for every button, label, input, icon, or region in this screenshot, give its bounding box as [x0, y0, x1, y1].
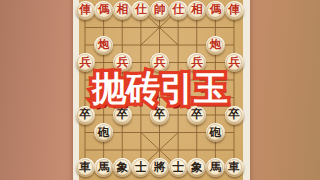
piece-glyph: 兵 [191, 57, 203, 69]
piece-red-chariot[interactable]: 俥 [225, 1, 244, 20]
piece-black-soldier[interactable]: 卒 [150, 106, 169, 125]
piece-glyph: 將 [154, 162, 166, 174]
piece-glyph: 兵 [154, 57, 166, 69]
piece-glyph: 卒 [117, 109, 129, 121]
piece-red-general[interactable]: 帥 [150, 1, 169, 20]
piece-glyph: 卒 [79, 109, 91, 121]
piece-red-elephant[interactable]: 相 [187, 1, 206, 20]
piece-red-soldier[interactable]: 兵 [225, 53, 244, 72]
piece-black-chariot[interactable]: 車 [76, 158, 95, 177]
piece-glyph: 卒 [154, 109, 166, 121]
piece-glyph: 仕 [172, 4, 184, 16]
piece-black-advisor[interactable]: 士 [131, 158, 150, 177]
piece-glyph: 車 [228, 162, 240, 174]
piece-glyph: 傌 [98, 4, 110, 16]
video-thumbnail-stage: 俥傌相仕帥仕相傌俥炮炮兵兵兵兵兵卒卒卒卒卒砲砲車馬象士將士象馬車 抛砖引玉 抛砖… [0, 0, 320, 180]
piece-black-general[interactable]: 將 [150, 158, 169, 177]
piece-red-advisor[interactable]: 仕 [131, 1, 150, 20]
piece-glyph: 兵 [79, 57, 91, 69]
piece-glyph: 俥 [228, 4, 240, 16]
piece-glyph: 卒 [191, 109, 203, 121]
piece-black-advisor[interactable]: 士 [169, 158, 188, 177]
piece-red-soldier[interactable]: 兵 [150, 53, 169, 72]
piece-black-cannon[interactable]: 砲 [94, 123, 113, 142]
piece-glyph: 炮 [98, 39, 110, 51]
piece-glyph: 相 [191, 4, 203, 16]
pieces-layer: 俥傌相仕帥仕相傌俥炮炮兵兵兵兵兵卒卒卒卒卒砲砲車馬象士將士象馬車 [0, 0, 320, 180]
piece-glyph: 卒 [228, 109, 240, 121]
piece-glyph: 馬 [98, 162, 110, 174]
piece-black-soldier[interactable]: 卒 [113, 106, 132, 125]
piece-glyph: 車 [79, 162, 91, 174]
piece-black-chariot[interactable]: 車 [225, 158, 244, 177]
piece-glyph: 馬 [210, 162, 222, 174]
piece-red-horse[interactable]: 傌 [94, 1, 113, 20]
piece-red-soldier[interactable]: 兵 [76, 53, 95, 72]
piece-red-chariot[interactable]: 俥 [76, 1, 95, 20]
piece-glyph: 象 [191, 162, 203, 174]
piece-glyph: 炮 [210, 39, 222, 51]
piece-black-soldier[interactable]: 卒 [225, 106, 244, 125]
piece-glyph: 士 [172, 162, 184, 174]
piece-glyph: 士 [135, 162, 147, 174]
piece-red-soldier[interactable]: 兵 [113, 53, 132, 72]
piece-glyph: 帥 [154, 4, 166, 16]
piece-red-elephant[interactable]: 相 [113, 1, 132, 20]
piece-red-cannon[interactable]: 炮 [206, 36, 225, 55]
piece-red-horse[interactable]: 傌 [206, 1, 225, 20]
piece-black-horse[interactable]: 馬 [206, 158, 225, 177]
piece-black-horse[interactable]: 馬 [94, 158, 113, 177]
piece-glyph: 仕 [135, 4, 147, 16]
piece-glyph: 兵 [228, 57, 240, 69]
piece-red-soldier[interactable]: 兵 [187, 53, 206, 72]
piece-black-soldier[interactable]: 卒 [187, 106, 206, 125]
piece-black-elephant[interactable]: 象 [113, 158, 132, 177]
piece-glyph: 兵 [117, 57, 129, 69]
piece-red-cannon[interactable]: 炮 [94, 36, 113, 55]
piece-glyph: 砲 [98, 127, 110, 139]
piece-black-cannon[interactable]: 砲 [206, 123, 225, 142]
piece-glyph: 傌 [210, 4, 222, 16]
piece-black-soldier[interactable]: 卒 [76, 106, 95, 125]
piece-glyph: 砲 [210, 127, 222, 139]
piece-red-advisor[interactable]: 仕 [169, 1, 188, 20]
piece-glyph: 象 [117, 162, 129, 174]
piece-black-elephant[interactable]: 象 [187, 158, 206, 177]
piece-glyph: 相 [117, 4, 129, 16]
piece-glyph: 俥 [79, 4, 91, 16]
